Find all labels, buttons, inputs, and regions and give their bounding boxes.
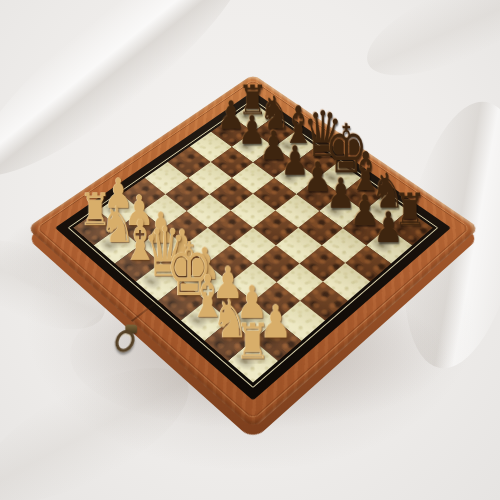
cloth-fold: [354, 0, 500, 96]
photo-backdrop: { "game": "chess", "scene": { "descripti…: [0, 0, 500, 500]
chess-board-box: ♜♞♝♛♚♝♞♜♟♟♟♟♟♟♟♟♟♟♟♟♟♟♟♟♜♞♝♛♚♝♞♜: [27, 74, 480, 429]
square-f7: ♟: [319, 194, 363, 228]
